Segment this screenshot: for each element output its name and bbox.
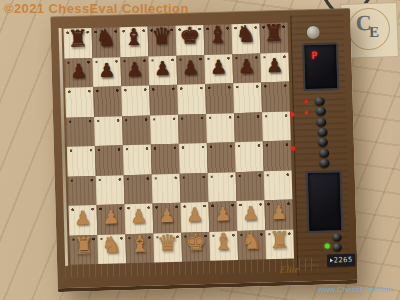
rank-led xyxy=(290,112,294,116)
square-b4[interactable] xyxy=(95,145,124,175)
power-led xyxy=(325,244,330,249)
piece-black-pawn[interactable]: ♟ xyxy=(148,53,177,83)
square-d6[interactable] xyxy=(149,85,178,115)
square-e8[interactable]: ♚ xyxy=(176,25,205,55)
square-d7[interactable]: ♟ xyxy=(148,55,177,85)
piece-black-bishop[interactable]: ♝ xyxy=(119,23,148,53)
square-b8[interactable]: ♞ xyxy=(92,27,121,57)
square-f3[interactable] xyxy=(208,172,237,202)
panel-button[interactable] xyxy=(333,243,342,251)
brand-sub-text: avant garde xyxy=(303,263,319,267)
square-f7[interactable]: ♟ xyxy=(204,54,233,84)
square-h3[interactable] xyxy=(264,170,293,200)
square-a1[interactable]: ♜ xyxy=(69,235,98,265)
square-c6[interactable] xyxy=(121,86,150,116)
square-g6[interactable] xyxy=(233,82,262,112)
photo-scene: C E ♜♞♝♛♚♝♞♜♟♟♟♟♟♟♟♟♟♟♟♟♟♟♟♟♜♞♝♛♚♝♞♜ P xyxy=(0,0,400,300)
fidelity-emblem xyxy=(306,25,321,40)
square-f8[interactable]: ♝ xyxy=(204,24,233,54)
control-panel: P xyxy=(290,14,350,275)
piece-white-pawn[interactable]: ♟ xyxy=(68,203,97,233)
square-d1[interactable]: ♛ xyxy=(153,232,182,262)
piece-white-knight[interactable]: ♞ xyxy=(97,230,126,260)
piece-white-rook[interactable]: ♜ xyxy=(69,231,98,261)
square-g4[interactable] xyxy=(235,141,264,171)
piece-black-pawn[interactable]: ♟ xyxy=(120,54,149,84)
piece-white-queen[interactable]: ♛ xyxy=(153,228,182,258)
board-grid: ♜♞♝♛♚♝♞♜♟♟♟♟♟♟♟♟♟♟♟♟♟♟♟♟♜♞♝♛♚♝♞♜ xyxy=(64,23,295,265)
piece-black-pawn[interactable]: ♟ xyxy=(260,50,289,80)
square-c4[interactable] xyxy=(123,144,152,174)
piece-white-pawn[interactable]: ♟ xyxy=(264,198,293,228)
piece-black-pawn[interactable]: ♟ xyxy=(64,56,93,86)
watermark-url: www.ChessEval.com xyxy=(318,285,393,294)
square-c7[interactable]: ♟ xyxy=(120,56,149,86)
piece-white-pawn[interactable]: ♟ xyxy=(124,201,153,231)
piece-black-pawn[interactable]: ♟ xyxy=(92,55,121,85)
square-f6[interactable] xyxy=(205,83,234,113)
piece-black-pawn[interactable]: ♟ xyxy=(204,52,233,82)
square-e1[interactable]: ♚ xyxy=(181,231,210,261)
square-e4[interactable] xyxy=(179,143,208,173)
panel-button[interactable] xyxy=(316,107,326,116)
panel-button[interactable] xyxy=(315,97,325,106)
square-a3[interactable] xyxy=(68,176,97,206)
chess-computer-board: ♜♞♝♛♚♝♞♜♟♟♟♟♟♟♟♟♟♟♟♟♟♟♟♟♜♞♝♛♚♝♞♜ P xyxy=(50,8,358,292)
piece-black-knight[interactable]: ♞ xyxy=(91,23,120,53)
piece-white-pawn[interactable]: ♟ xyxy=(152,201,181,231)
piece-black-knight[interactable]: ♞ xyxy=(231,19,260,49)
piece-white-knight[interactable]: ♞ xyxy=(237,226,266,256)
square-e3[interactable] xyxy=(180,172,209,202)
button-led xyxy=(305,111,308,114)
square-d3[interactable] xyxy=(152,173,181,203)
piece-white-rook[interactable]: ♜ xyxy=(265,225,294,255)
brand-mark: Elite avant garde xyxy=(279,258,319,272)
square-e5[interactable] xyxy=(178,113,207,143)
square-g3[interactable] xyxy=(236,171,265,201)
rank-led xyxy=(291,146,295,150)
square-f1[interactable]: ♝ xyxy=(209,231,238,261)
square-b5[interactable] xyxy=(94,116,123,146)
square-c3[interactable] xyxy=(124,174,153,204)
piece-white-pawn[interactable]: ♟ xyxy=(208,199,237,229)
panel-button[interactable] xyxy=(332,233,341,241)
square-b6[interactable] xyxy=(93,86,122,116)
panel-button[interactable] xyxy=(319,159,329,168)
brand-elite-script: Elite xyxy=(279,263,299,275)
square-h8[interactable]: ♜ xyxy=(259,23,288,53)
piece-black-rook[interactable]: ♜ xyxy=(259,19,288,49)
square-h5[interactable] xyxy=(262,111,291,141)
square-a6[interactable] xyxy=(65,87,94,117)
square-f5[interactable] xyxy=(206,113,235,143)
square-a4[interactable] xyxy=(67,146,96,176)
button-led xyxy=(305,100,308,103)
square-b3[interactable] xyxy=(96,175,125,205)
lcd-display-lower xyxy=(306,170,344,233)
square-b7[interactable]: ♟ xyxy=(92,57,121,87)
square-c5[interactable] xyxy=(122,115,151,145)
piece-white-king[interactable]: ♚ xyxy=(181,227,210,257)
piece-black-king[interactable]: ♚ xyxy=(175,21,204,51)
panel-button[interactable] xyxy=(318,138,328,147)
plate-triangle-icon xyxy=(330,258,333,262)
square-a5[interactable] xyxy=(66,117,95,147)
panel-button[interactable] xyxy=(316,118,326,127)
lcd-piece-glyph: P xyxy=(311,50,317,61)
lcd-display-upper: P xyxy=(302,42,339,91)
panel-button[interactable] xyxy=(319,149,329,158)
piece-white-bishop[interactable]: ♝ xyxy=(209,227,238,257)
logo-letter-e: E xyxy=(369,24,380,41)
piece-black-bishop[interactable]: ♝ xyxy=(203,20,232,50)
square-a7[interactable]: ♟ xyxy=(64,58,93,88)
piece-white-pawn[interactable]: ♟ xyxy=(180,200,209,230)
piece-black-pawn[interactable]: ♟ xyxy=(232,51,261,81)
square-c1[interactable]: ♝ xyxy=(125,233,154,263)
square-e7[interactable]: ♟ xyxy=(176,54,205,84)
piece-black-queen[interactable]: ♛ xyxy=(147,22,176,52)
panel-button[interactable] xyxy=(317,128,327,137)
square-c8[interactable]: ♝ xyxy=(120,27,149,57)
piece-black-pawn[interactable]: ♟ xyxy=(176,52,205,82)
piece-black-rook[interactable]: ♜ xyxy=(63,24,92,54)
piece-white-bishop[interactable]: ♝ xyxy=(125,229,154,259)
square-a8[interactable]: ♜ xyxy=(64,28,93,58)
square-h7[interactable]: ♟ xyxy=(260,52,289,82)
watermark-copyright: ©2021 ChessEval Collection xyxy=(4,1,189,16)
square-f4[interactable] xyxy=(207,142,236,172)
model-number-plate: 2265 xyxy=(327,254,355,267)
piece-white-pawn[interactable]: ♟ xyxy=(236,198,265,228)
square-b1[interactable]: ♞ xyxy=(97,234,126,264)
square-d5[interactable] xyxy=(150,114,179,144)
square-h4[interactable] xyxy=(263,141,292,171)
square-d8[interactable]: ♛ xyxy=(148,26,177,56)
square-e6[interactable] xyxy=(177,84,206,114)
square-g8[interactable]: ♞ xyxy=(231,23,260,53)
square-g1[interactable]: ♞ xyxy=(237,230,266,260)
square-g5[interactable] xyxy=(234,112,263,142)
square-h1[interactable]: ♜ xyxy=(265,229,294,259)
piece-white-pawn[interactable]: ♟ xyxy=(96,202,125,232)
square-g7[interactable]: ♟ xyxy=(232,53,261,83)
square-h6[interactable] xyxy=(261,82,290,112)
square-d4[interactable] xyxy=(151,144,180,174)
model-number: 2265 xyxy=(334,256,353,265)
